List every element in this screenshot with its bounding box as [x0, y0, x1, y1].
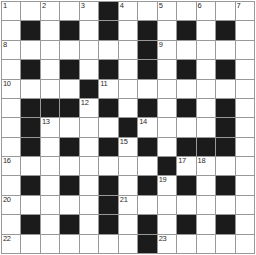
block-cell-r3c8 [138, 41, 156, 59]
cell-r3c6[interactable] [99, 41, 117, 59]
cell-r7c9[interactable] [158, 118, 176, 136]
cell-r8c5[interactable] [80, 138, 98, 156]
block-cell-r11c6 [99, 196, 117, 214]
cell-r5c13[interactable] [236, 80, 254, 98]
cell-r7c6[interactable] [99, 118, 117, 136]
cell-r1c8[interactable] [138, 2, 156, 20]
crossword-grid: 1234567891011121314151617181920212223 [1, 1, 255, 254]
clue-number-7: 7 [237, 2, 241, 10]
cell-r11c2[interactable] [21, 196, 39, 214]
block-cell-r6c2 [21, 99, 39, 117]
cell-r4c11[interactable] [197, 60, 215, 78]
cell-r9c5[interactable] [80, 157, 98, 175]
clue-number-18: 18 [198, 157, 206, 165]
block-cell-r10c2 [21, 176, 39, 194]
cell-r13c12[interactable] [216, 235, 234, 253]
block-cell-r4c4 [60, 60, 78, 78]
cell-r9c10[interactable]: 17 [177, 157, 195, 175]
cell-r12c3[interactable] [41, 215, 59, 233]
cell-r10c9[interactable]: 19 [158, 176, 176, 194]
cell-r12c9[interactable] [158, 215, 176, 233]
block-cell-r8c2 [21, 138, 39, 156]
cell-r11c1[interactable]: 20 [2, 196, 20, 214]
cell-r7c10[interactable] [177, 118, 195, 136]
block-cell-r8c8 [138, 138, 156, 156]
cell-r2c5[interactable] [80, 21, 98, 39]
block-cell-r2c10 [177, 21, 195, 39]
cell-r4c9[interactable] [158, 60, 176, 78]
cell-r13c4[interactable] [60, 235, 78, 253]
cell-r4c1[interactable] [2, 60, 20, 78]
block-cell-r8c11 [197, 138, 215, 156]
cell-r9c8[interactable] [138, 157, 156, 175]
clue-number-13: 13 [42, 118, 50, 126]
clue-number-3: 3 [81, 2, 85, 10]
block-cell-r10c8 [138, 176, 156, 194]
cell-r5c10[interactable] [177, 80, 195, 98]
cell-r6c11[interactable] [197, 99, 215, 117]
block-cell-r12c4 [60, 215, 78, 233]
cell-r3c2[interactable] [21, 41, 39, 59]
cell-r6c7[interactable] [119, 99, 137, 117]
cell-r9c4[interactable] [60, 157, 78, 175]
block-cell-r13c8 [138, 235, 156, 253]
block-cell-r12c12 [216, 215, 234, 233]
crossword-puzzle: 1234567891011121314151617181920212223 [0, 1, 256, 255]
cell-r1c11[interactable]: 6 [197, 2, 215, 20]
cell-r1c7[interactable]: 4 [119, 2, 137, 20]
cell-r1c12[interactable] [216, 2, 234, 20]
block-cell-r4c10 [177, 60, 195, 78]
clue-number-11: 11 [100, 80, 107, 88]
cell-r10c1[interactable] [2, 176, 20, 194]
cell-r5c9[interactable] [158, 80, 176, 98]
cell-r3c1[interactable]: 8 [2, 41, 20, 59]
cell-r3c5[interactable] [80, 41, 98, 59]
cell-r10c11[interactable] [197, 176, 215, 194]
cell-r12c5[interactable] [80, 215, 98, 233]
cell-r13c2[interactable] [21, 235, 39, 253]
block-cell-r6c12 [216, 99, 234, 117]
block-cell-r10c6 [99, 176, 117, 194]
cell-r1c2[interactable] [21, 2, 39, 20]
cell-r9c1[interactable]: 16 [2, 157, 20, 175]
cell-r5c11[interactable] [197, 80, 215, 98]
cell-r7c4[interactable] [60, 118, 78, 136]
cell-r1c1[interactable]: 1 [2, 2, 20, 20]
cell-r12c7[interactable] [119, 215, 137, 233]
clue-number-21: 21 [120, 196, 128, 204]
block-cell-r10c12 [216, 176, 234, 194]
cell-r11c13[interactable] [236, 196, 254, 214]
cell-r9c13[interactable] [236, 157, 254, 175]
cell-r1c9[interactable]: 5 [158, 2, 176, 20]
block-cell-r8c6 [99, 138, 117, 156]
block-cell-r12c10 [177, 215, 195, 233]
cell-r1c5[interactable]: 3 [80, 2, 98, 20]
cell-r9c6[interactable] [99, 157, 117, 175]
clue-number-17: 17 [178, 157, 186, 165]
cell-r5c1[interactable]: 10 [2, 80, 20, 98]
cell-r5c4[interactable] [60, 80, 78, 98]
clue-number-5: 5 [159, 2, 163, 10]
cell-r2c13[interactable] [236, 21, 254, 39]
cell-r7c8[interactable]: 14 [138, 118, 156, 136]
block-cell-r2c8 [138, 21, 156, 39]
cell-r10c3[interactable] [41, 176, 59, 194]
cell-r13c9[interactable]: 23 [158, 235, 176, 253]
cell-r13c6[interactable] [99, 235, 117, 253]
cell-r9c7[interactable] [119, 157, 137, 175]
clue-number-10: 10 [3, 80, 11, 88]
block-cell-r2c2 [21, 21, 39, 39]
cell-r11c10[interactable] [177, 196, 195, 214]
block-cell-r12c6 [99, 215, 117, 233]
cell-r10c5[interactable] [80, 176, 98, 194]
cell-r7c11[interactable] [197, 118, 215, 136]
cell-r13c1[interactable]: 22 [2, 235, 20, 253]
cell-r1c4[interactable] [60, 2, 78, 20]
cell-r3c13[interactable] [236, 41, 254, 59]
clue-number-8: 8 [3, 41, 7, 49]
block-cell-r1c6 [99, 2, 117, 20]
block-cell-r10c10 [177, 176, 195, 194]
cell-r3c11[interactable] [197, 41, 215, 59]
block-cell-r10c4 [60, 176, 78, 194]
clue-number-23: 23 [159, 235, 167, 243]
clue-number-14: 14 [139, 118, 147, 126]
block-cell-r8c4 [60, 138, 78, 156]
cell-r11c5[interactable] [80, 196, 98, 214]
block-cell-r2c6 [99, 21, 117, 39]
cell-r2c3[interactable] [41, 21, 59, 39]
cell-r4c5[interactable] [80, 60, 98, 78]
cell-r10c7[interactable] [119, 176, 137, 194]
cell-r12c13[interactable] [236, 215, 254, 233]
cell-r13c7[interactable] [119, 235, 137, 253]
cell-r6c5[interactable]: 12 [80, 99, 98, 117]
cell-r9c3[interactable] [41, 157, 59, 175]
clue-number-4: 4 [120, 2, 124, 10]
cell-r13c11[interactable] [197, 235, 215, 253]
cell-r1c13[interactable]: 7 [236, 2, 254, 20]
cell-r11c11[interactable] [197, 196, 215, 214]
clue-number-22: 22 [3, 235, 11, 243]
cell-r6c9[interactable] [158, 99, 176, 117]
cell-r3c9[interactable]: 9 [158, 41, 176, 59]
block-cell-r2c4 [60, 21, 78, 39]
clue-number-15: 15 [120, 138, 128, 146]
cell-r9c11[interactable]: 18 [197, 157, 215, 175]
clue-number-1: 1 [3, 2, 7, 10]
cell-r7c5[interactable] [80, 118, 98, 136]
block-cell-r4c12 [216, 60, 234, 78]
block-cell-r2c12 [216, 21, 234, 39]
cell-r6c13[interactable] [236, 99, 254, 117]
cell-r5c2[interactable] [21, 80, 39, 98]
cell-r3c3[interactable] [41, 41, 59, 59]
cell-r11c4[interactable] [60, 196, 78, 214]
cell-r5c7[interactable] [119, 80, 137, 98]
clue-number-2: 2 [42, 2, 46, 10]
cell-r7c3[interactable]: 13 [41, 118, 59, 136]
cell-r4c3[interactable] [41, 60, 59, 78]
cell-r2c9[interactable] [158, 21, 176, 39]
cell-r2c1[interactable] [2, 21, 20, 39]
block-cell-r12c8 [138, 215, 156, 233]
cell-r4c13[interactable] [236, 60, 254, 78]
cell-r8c7[interactable]: 15 [119, 138, 137, 156]
block-cell-r4c2 [21, 60, 39, 78]
cell-r2c11[interactable] [197, 21, 215, 39]
block-cell-r4c8 [138, 60, 156, 78]
cell-r13c10[interactable] [177, 235, 195, 253]
block-cell-r6c6 [99, 99, 117, 117]
cell-r5c6[interactable]: 11 [99, 80, 117, 98]
cell-r11c9[interactable] [158, 196, 176, 214]
clue-number-19: 19 [159, 176, 167, 184]
block-cell-r9c9 [158, 157, 176, 175]
cell-r11c7[interactable]: 21 [119, 196, 137, 214]
cell-r12c11[interactable] [197, 215, 215, 233]
cell-r1c3[interactable]: 2 [41, 2, 59, 20]
cell-r3c12[interactable] [216, 41, 234, 59]
clue-number-6: 6 [198, 2, 202, 10]
cell-r9c2[interactable] [21, 157, 39, 175]
block-cell-r6c8 [138, 99, 156, 117]
clue-number-16: 16 [3, 157, 11, 165]
cell-r11c3[interactable] [41, 196, 59, 214]
cell-r3c7[interactable] [119, 41, 137, 59]
cell-r10c13[interactable] [236, 176, 254, 194]
block-cell-r12c2 [21, 215, 39, 233]
cell-r4c7[interactable] [119, 60, 137, 78]
cell-r13c5[interactable] [80, 235, 98, 253]
block-cell-r8c10 [177, 138, 195, 156]
cell-r8c3[interactable] [41, 138, 59, 156]
cell-r11c12[interactable] [216, 196, 234, 214]
cell-r2c7[interactable] [119, 21, 137, 39]
block-cell-r8c12 [216, 138, 234, 156]
clue-number-20: 20 [3, 196, 11, 204]
cell-r11c8[interactable] [138, 196, 156, 214]
block-cell-r7c12 [216, 118, 234, 136]
cell-r5c3[interactable] [41, 80, 59, 98]
clue-number-9: 9 [159, 41, 163, 49]
cell-r1c10[interactable] [177, 2, 195, 20]
block-cell-r4c6 [99, 60, 117, 78]
cell-r9c12[interactable] [216, 157, 234, 175]
block-cell-r7c7 [119, 118, 137, 136]
clue-number-12: 12 [81, 99, 89, 107]
cell-r3c10[interactable] [177, 41, 195, 59]
cell-r13c13[interactable] [236, 235, 254, 253]
cell-r5c12[interactable] [216, 80, 234, 98]
block-cell-r6c3 [41, 99, 59, 117]
block-cell-r6c10 [177, 99, 195, 117]
cell-r6c1[interactable] [2, 99, 20, 117]
cell-r7c1[interactable] [2, 118, 20, 136]
cell-r12c1[interactable] [2, 215, 20, 233]
block-cell-r5c5 [80, 80, 98, 98]
cell-r8c9[interactable] [158, 138, 176, 156]
block-cell-r7c2 [21, 118, 39, 136]
cell-r13c3[interactable] [41, 235, 59, 253]
cell-r3c4[interactable] [60, 41, 78, 59]
block-cell-r6c4 [60, 99, 78, 117]
cell-r8c13[interactable] [236, 138, 254, 156]
cell-r8c1[interactable] [2, 138, 20, 156]
cell-r7c13[interactable] [236, 118, 254, 136]
cell-r5c8[interactable] [138, 80, 156, 98]
